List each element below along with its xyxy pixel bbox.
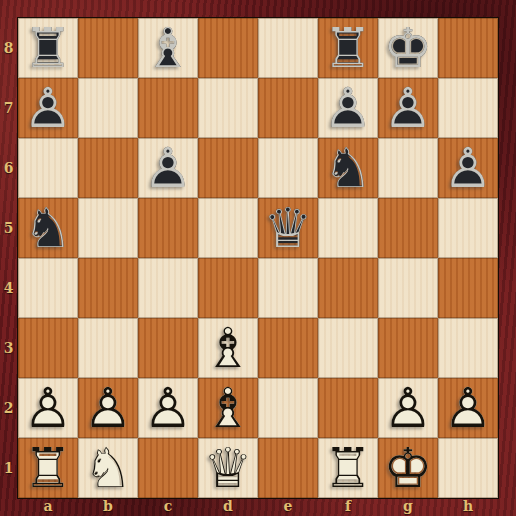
square-e6[interactable] xyxy=(258,138,318,198)
file-label-b: b xyxy=(78,498,138,516)
square-e4[interactable] xyxy=(258,258,318,318)
pawn-glyph: ♟ xyxy=(18,378,78,438)
rook-outline-glyph: ♖ xyxy=(18,438,78,498)
pawn-outline-glyph: ♙ xyxy=(378,78,438,138)
king-outline-glyph: ♔ xyxy=(378,18,438,78)
king-outline-glyph: ♔ xyxy=(378,438,438,498)
rank-label-5: 5 xyxy=(0,198,17,258)
pawn-outline-glyph: ♙ xyxy=(78,378,138,438)
rook-glyph: ♜ xyxy=(18,438,78,498)
square-c2[interactable]: ♟♙ xyxy=(138,378,198,438)
rank-label-2: 2 xyxy=(0,378,17,438)
square-d3[interactable]: ♝♗ xyxy=(198,318,258,378)
white-king-piece[interactable]: ♚♔ xyxy=(378,438,438,498)
rank-label-7: 7 xyxy=(0,78,17,138)
white-rook-piece[interactable]: ♜♖ xyxy=(318,438,378,498)
square-h1[interactable] xyxy=(438,438,498,498)
square-a1[interactable]: ♜♖ xyxy=(18,438,78,498)
knight-outline-glyph: ♘ xyxy=(18,198,78,258)
black-pawn-piece[interactable]: ♟♙ xyxy=(138,138,198,198)
pawn-glyph: ♟ xyxy=(138,138,198,198)
square-e2[interactable] xyxy=(258,378,318,438)
square-c3[interactable] xyxy=(138,318,198,378)
knight-outline-glyph: ♘ xyxy=(78,438,138,498)
king-glyph: ♚ xyxy=(378,18,438,78)
pawn-glyph: ♟ xyxy=(438,378,498,438)
square-g8[interactable]: ♚♔ xyxy=(378,18,438,78)
rook-outline-glyph: ♖ xyxy=(318,18,378,78)
black-rook-piece[interactable]: ♜♖ xyxy=(318,18,378,78)
square-d7[interactable] xyxy=(198,78,258,138)
queen-glyph: ♛ xyxy=(198,438,258,498)
white-pawn-piece[interactable]: ♟♙ xyxy=(438,378,498,438)
pawn-glyph: ♟ xyxy=(438,138,498,198)
knight-glyph: ♞ xyxy=(18,198,78,258)
file-label-c: c xyxy=(138,498,198,516)
square-d4[interactable] xyxy=(198,258,258,318)
rank-label-6: 6 xyxy=(0,138,17,198)
file-label-a: a xyxy=(18,498,78,516)
pawn-outline-glyph: ♙ xyxy=(138,378,198,438)
square-a3[interactable] xyxy=(18,318,78,378)
square-a8[interactable]: ♜♖ xyxy=(18,18,78,78)
bishop-glyph: ♝ xyxy=(198,378,258,438)
file-label-f: f xyxy=(318,498,378,516)
square-h2[interactable]: ♟♙ xyxy=(438,378,498,438)
white-bishop-piece[interactable]: ♝♗ xyxy=(198,318,258,378)
black-rook-piece[interactable]: ♜♖ xyxy=(18,18,78,78)
square-a5[interactable]: ♞♘ xyxy=(18,198,78,258)
black-knight-piece[interactable]: ♞♘ xyxy=(318,138,378,198)
pawn-outline-glyph: ♙ xyxy=(378,378,438,438)
square-h5[interactable] xyxy=(438,198,498,258)
file-label-e: e xyxy=(258,498,318,516)
square-h4[interactable] xyxy=(438,258,498,318)
white-rook-piece[interactable]: ♜♖ xyxy=(18,438,78,498)
queen-outline-glyph: ♕ xyxy=(198,438,258,498)
black-pawn-piece[interactable]: ♟♙ xyxy=(18,78,78,138)
square-c5[interactable] xyxy=(138,198,198,258)
white-pawn-piece[interactable]: ♟♙ xyxy=(78,378,138,438)
square-h3[interactable] xyxy=(438,318,498,378)
white-pawn-piece[interactable]: ♟♙ xyxy=(138,378,198,438)
square-g5[interactable] xyxy=(378,198,438,258)
black-knight-piece[interactable]: ♞♘ xyxy=(18,198,78,258)
file-label-d: d xyxy=(198,498,258,516)
bishop-outline-glyph: ♗ xyxy=(198,318,258,378)
square-g3[interactable] xyxy=(378,318,438,378)
square-f3[interactable] xyxy=(318,318,378,378)
black-pawn-piece[interactable]: ♟♙ xyxy=(438,138,498,198)
square-e5[interactable]: ♛♕ xyxy=(258,198,318,258)
square-b6[interactable] xyxy=(78,138,138,198)
square-f4[interactable] xyxy=(318,258,378,318)
square-b4[interactable] xyxy=(78,258,138,318)
pawn-glyph: ♟ xyxy=(138,378,198,438)
queen-glyph: ♛ xyxy=(258,198,318,258)
rook-outline-glyph: ♖ xyxy=(18,18,78,78)
square-a2[interactable]: ♟♙ xyxy=(18,378,78,438)
square-c4[interactable] xyxy=(138,258,198,318)
square-b7[interactable] xyxy=(78,78,138,138)
white-pawn-piece[interactable]: ♟♙ xyxy=(18,378,78,438)
pawn-outline-glyph: ♙ xyxy=(438,138,498,198)
pawn-glyph: ♟ xyxy=(318,78,378,138)
pawn-outline-glyph: ♙ xyxy=(438,378,498,438)
chess-board: ♜♖♝♗♜♖♚♔♟♙♟♙♟♙♟♙♞♘♟♙♞♘♛♕♝♗♟♙♟♙♟♙♝♗♟♙♟♙♜♖… xyxy=(17,17,499,499)
black-queen-piece[interactable]: ♛♕ xyxy=(258,198,318,258)
square-g4[interactable] xyxy=(378,258,438,318)
square-d1[interactable]: ♛♕ xyxy=(198,438,258,498)
white-bishop-piece[interactable]: ♝♗ xyxy=(198,378,258,438)
knight-glyph: ♞ xyxy=(78,438,138,498)
square-c7[interactable] xyxy=(138,78,198,138)
square-a7[interactable]: ♟♙ xyxy=(18,78,78,138)
square-c8[interactable]: ♝♗ xyxy=(138,18,198,78)
rank-label-8: 8 xyxy=(0,18,17,78)
square-b2[interactable]: ♟♙ xyxy=(78,378,138,438)
pawn-glyph: ♟ xyxy=(18,78,78,138)
square-b5[interactable] xyxy=(78,198,138,258)
square-a6[interactable] xyxy=(18,138,78,198)
square-g7[interactable]: ♟♙ xyxy=(378,78,438,138)
queen-outline-glyph: ♕ xyxy=(258,198,318,258)
file-label-g: g xyxy=(378,498,438,516)
square-h8[interactable] xyxy=(438,18,498,78)
pawn-glyph: ♟ xyxy=(378,78,438,138)
square-g6[interactable] xyxy=(378,138,438,198)
bishop-outline-glyph: ♗ xyxy=(198,378,258,438)
pawn-outline-glyph: ♙ xyxy=(138,138,198,198)
square-d5[interactable] xyxy=(198,198,258,258)
black-king-piece[interactable]: ♚♔ xyxy=(378,18,438,78)
square-c1[interactable] xyxy=(138,438,198,498)
file-label-h: h xyxy=(438,498,498,516)
square-g2[interactable]: ♟♙ xyxy=(378,378,438,438)
rank-label-3: 3 xyxy=(0,318,17,378)
square-f2[interactable] xyxy=(318,378,378,438)
bishop-glyph: ♝ xyxy=(198,318,258,378)
rank-label-4: 4 xyxy=(0,258,17,318)
white-pawn-piece[interactable]: ♟♙ xyxy=(378,378,438,438)
rook-glyph: ♜ xyxy=(318,18,378,78)
black-pawn-piece[interactable]: ♟♙ xyxy=(318,78,378,138)
square-d6[interactable] xyxy=(198,138,258,198)
rank-label-1: 1 xyxy=(0,438,17,498)
square-f1[interactable]: ♜♖ xyxy=(318,438,378,498)
board-frame: ♜♖♝♗♜♖♚♔♟♙♟♙♟♙♟♙♞♘♟♙♞♘♛♕♝♗♟♙♟♙♟♙♝♗♟♙♟♙♜♖… xyxy=(0,0,516,516)
square-e7[interactable] xyxy=(258,78,318,138)
black-bishop-piece[interactable]: ♝♗ xyxy=(138,18,198,78)
pawn-outline-glyph: ♙ xyxy=(318,78,378,138)
square-f8[interactable]: ♜♖ xyxy=(318,18,378,78)
square-g1[interactable]: ♚♔ xyxy=(378,438,438,498)
square-e3[interactable] xyxy=(258,318,318,378)
square-d2[interactable]: ♝♗ xyxy=(198,378,258,438)
bishop-glyph: ♝ xyxy=(138,18,198,78)
rook-glyph: ♜ xyxy=(318,438,378,498)
square-a4[interactable] xyxy=(18,258,78,318)
square-h7[interactable] xyxy=(438,78,498,138)
knight-glyph: ♞ xyxy=(318,138,378,198)
rook-glyph: ♜ xyxy=(18,18,78,78)
pawn-outline-glyph: ♙ xyxy=(18,378,78,438)
pawn-glyph: ♟ xyxy=(378,378,438,438)
square-e1[interactable] xyxy=(258,438,318,498)
rook-outline-glyph: ♖ xyxy=(318,438,378,498)
square-c6[interactable]: ♟♙ xyxy=(138,138,198,198)
bishop-outline-glyph: ♗ xyxy=(138,18,198,78)
square-f7[interactable]: ♟♙ xyxy=(318,78,378,138)
square-e8[interactable] xyxy=(258,18,318,78)
square-b3[interactable] xyxy=(78,318,138,378)
pawn-glyph: ♟ xyxy=(78,378,138,438)
square-d8[interactable] xyxy=(198,18,258,78)
white-queen-piece[interactable]: ♛♕ xyxy=(198,438,258,498)
square-b8[interactable] xyxy=(78,18,138,78)
knight-outline-glyph: ♘ xyxy=(318,138,378,198)
king-glyph: ♚ xyxy=(378,438,438,498)
white-knight-piece[interactable]: ♞♘ xyxy=(78,438,138,498)
square-h6[interactable]: ♟♙ xyxy=(438,138,498,198)
square-f5[interactable] xyxy=(318,198,378,258)
square-b1[interactable]: ♞♘ xyxy=(78,438,138,498)
black-pawn-piece[interactable]: ♟♙ xyxy=(378,78,438,138)
square-f6[interactable]: ♞♘ xyxy=(318,138,378,198)
pawn-outline-glyph: ♙ xyxy=(18,78,78,138)
